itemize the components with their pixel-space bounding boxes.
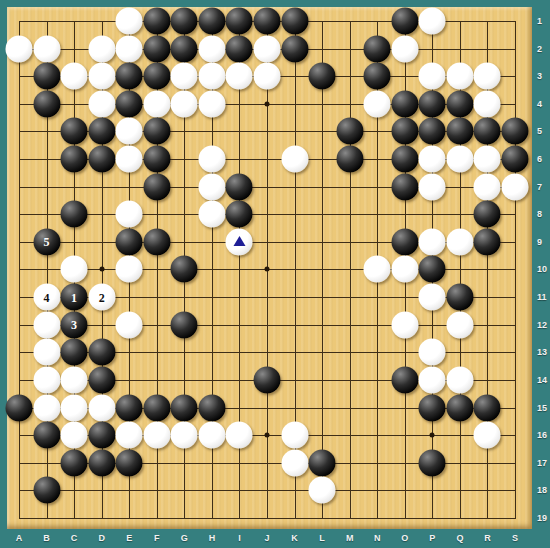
stone-black-E15[interactable] (116, 394, 143, 421)
stone-white-I3[interactable] (226, 63, 253, 90)
row-label: 8 (537, 209, 542, 219)
row-label: 13 (537, 347, 547, 357)
stone-white-J2[interactable] (254, 35, 281, 62)
stone-white-R16[interactable] (474, 422, 501, 449)
stone-black-Q15[interactable] (446, 394, 473, 421)
grid-vline (515, 21, 516, 519)
grid-hline (19, 325, 516, 326)
stone-white-J3[interactable] (254, 63, 281, 90)
stone-black-B18[interactable] (33, 477, 60, 504)
stone-black-N2[interactable] (364, 35, 391, 62)
stone-black-B16[interactable] (33, 422, 60, 449)
move-number-label: 1 (71, 291, 77, 303)
stone-white-B15[interactable] (33, 394, 60, 421)
move-number-label: 5 (44, 236, 50, 248)
stone-black-G1[interactable] (171, 8, 198, 35)
stone-white-H2[interactable] (198, 35, 225, 62)
stone-white-O12[interactable] (391, 311, 418, 338)
stone-white-E8[interactable] (116, 201, 143, 228)
stone-white-O2[interactable] (391, 35, 418, 62)
stone-white-C15[interactable] (61, 394, 88, 421)
stone-black-I7[interactable] (226, 173, 253, 200)
column-label: R (484, 533, 491, 543)
stone-white-P13[interactable] (419, 339, 446, 366)
triangle-marker-icon (233, 236, 245, 246)
stone-white-Q12[interactable] (446, 311, 473, 338)
stone-black-C6[interactable] (61, 146, 88, 173)
stone-white-B12[interactable] (33, 311, 60, 338)
stone-black-F15[interactable] (143, 394, 170, 421)
stone-white-C14[interactable] (61, 366, 88, 393)
stone-white-P1[interactable] (419, 8, 446, 35)
stone-black-B9[interactable]: 5 (33, 228, 60, 255)
stone-white-R7[interactable] (474, 173, 501, 200)
stone-white-R3[interactable] (474, 63, 501, 90)
stone-white-K6[interactable] (281, 146, 308, 173)
stone-black-D14[interactable] (88, 366, 115, 393)
stone-black-I8[interactable] (226, 201, 253, 228)
stone-white-H7[interactable] (198, 173, 225, 200)
stone-white-Q6[interactable] (446, 146, 473, 173)
stone-black-G2[interactable] (171, 35, 198, 62)
stone-white-R6[interactable] (474, 146, 501, 173)
stone-black-O1[interactable] (391, 8, 418, 35)
stone-black-H1[interactable] (198, 8, 225, 35)
column-label: B (43, 533, 50, 543)
stone-black-Q4[interactable] (446, 90, 473, 117)
stone-black-M6[interactable] (336, 146, 363, 173)
stone-black-O14[interactable] (391, 366, 418, 393)
stone-white-B11[interactable]: 4 (33, 284, 60, 311)
stone-black-D6[interactable] (88, 146, 115, 173)
stone-black-R15[interactable] (474, 394, 501, 421)
stone-black-D5[interactable] (88, 118, 115, 145)
stone-white-K17[interactable] (281, 449, 308, 476)
stone-white-B13[interactable] (33, 339, 60, 366)
stone-black-D16[interactable] (88, 422, 115, 449)
stone-black-L3[interactable] (309, 63, 336, 90)
stone-black-R5[interactable] (474, 118, 501, 145)
stone-white-G16[interactable] (171, 422, 198, 449)
row-label: 18 (537, 485, 547, 495)
stone-white-H6[interactable] (198, 146, 225, 173)
stone-white-P3[interactable] (419, 63, 446, 90)
stone-black-G10[interactable] (171, 256, 198, 283)
column-label: C (71, 533, 78, 543)
stone-white-R4[interactable] (474, 90, 501, 117)
row-label: 14 (537, 375, 547, 385)
star-point (265, 433, 270, 438)
stone-black-C17[interactable] (61, 449, 88, 476)
stone-white-O10[interactable] (391, 256, 418, 283)
row-label: 12 (537, 320, 547, 330)
stone-white-E2[interactable] (116, 35, 143, 62)
stone-white-F16[interactable] (143, 422, 170, 449)
stone-white-D11[interactable]: 2 (88, 284, 115, 311)
stone-black-R9[interactable] (474, 228, 501, 255)
stone-black-J14[interactable] (254, 366, 281, 393)
column-label: F (154, 533, 160, 543)
stone-black-F5[interactable] (143, 118, 170, 145)
stone-black-M5[interactable] (336, 118, 363, 145)
row-label: 11 (537, 292, 547, 302)
column-label: L (319, 533, 325, 543)
stone-black-C12[interactable]: 3 (61, 311, 88, 338)
stone-white-D15[interactable] (88, 394, 115, 421)
move-number-label: 4 (44, 291, 50, 303)
stone-white-K16[interactable] (281, 422, 308, 449)
stone-black-G15[interactable] (171, 394, 198, 421)
stone-black-C5[interactable] (61, 118, 88, 145)
stone-white-C16[interactable] (61, 422, 88, 449)
stone-black-P5[interactable] (419, 118, 446, 145)
stone-white-H3[interactable] (198, 63, 225, 90)
stone-black-Q5[interactable] (446, 118, 473, 145)
stone-white-E5[interactable] (116, 118, 143, 145)
grid-vline (322, 21, 323, 519)
row-label: 5 (537, 126, 542, 136)
column-label: D (98, 533, 105, 543)
stone-black-E9[interactable] (116, 228, 143, 255)
stone-black-F9[interactable] (143, 228, 170, 255)
go-board-overlay: ABCDEFGHIJKLMNOPQRS123456789101112131415… (0, 0, 550, 548)
stone-black-F2[interactable] (143, 35, 170, 62)
column-label: S (512, 533, 518, 543)
stone-black-O4[interactable] (391, 90, 418, 117)
stone-white-G3[interactable] (171, 63, 198, 90)
column-label: K (291, 533, 298, 543)
stone-white-N4[interactable] (364, 90, 391, 117)
star-point (99, 267, 104, 272)
stone-black-O6[interactable] (391, 146, 418, 173)
stone-black-F6[interactable] (143, 146, 170, 173)
stone-white-N10[interactable] (364, 256, 391, 283)
stone-white-H16[interactable] (198, 422, 225, 449)
stone-black-E17[interactable] (116, 449, 143, 476)
stone-white-Q14[interactable] (446, 366, 473, 393)
stone-black-O7[interactable] (391, 173, 418, 200)
stone-black-K2[interactable] (281, 35, 308, 62)
stone-white-G4[interactable] (171, 90, 198, 117)
stone-white-S7[interactable] (502, 173, 529, 200)
grid-hline (19, 490, 516, 491)
stone-white-E6[interactable] (116, 146, 143, 173)
stone-black-H15[interactable] (198, 394, 225, 421)
stone-black-B3[interactable] (33, 63, 60, 90)
grid-vline (350, 21, 351, 519)
stone-black-P4[interactable] (419, 90, 446, 117)
row-label: 1 (537, 16, 542, 26)
stone-black-P15[interactable] (419, 394, 446, 421)
column-label: H (209, 533, 216, 543)
stone-white-Q9[interactable] (446, 228, 473, 255)
stone-black-F1[interactable] (143, 8, 170, 35)
column-label: M (346, 533, 354, 543)
column-label: A (16, 533, 23, 543)
stone-black-O5[interactable] (391, 118, 418, 145)
stone-black-Q11[interactable] (446, 284, 473, 311)
column-label: J (264, 533, 269, 543)
stone-white-D2[interactable] (88, 35, 115, 62)
stone-white-L18[interactable] (309, 477, 336, 504)
stone-white-P6[interactable] (419, 146, 446, 173)
stone-white-C3[interactable] (61, 63, 88, 90)
column-label: E (126, 533, 132, 543)
row-label: 16 (537, 430, 547, 440)
stone-white-H4[interactable] (198, 90, 225, 117)
row-label: 10 (537, 264, 547, 274)
stone-black-C11[interactable]: 1 (61, 284, 88, 311)
column-label: O (401, 533, 408, 543)
row-label: 9 (537, 237, 542, 247)
column-label: P (429, 533, 435, 543)
stone-black-B4[interactable] (33, 90, 60, 117)
stone-black-J1[interactable] (254, 8, 281, 35)
star-point (430, 433, 435, 438)
stone-white-Q3[interactable] (446, 63, 473, 90)
stone-black-I1[interactable] (226, 8, 253, 35)
stone-white-D4[interactable] (88, 90, 115, 117)
star-point (265, 267, 270, 272)
stone-black-C8[interactable] (61, 201, 88, 228)
row-label: 6 (537, 154, 542, 164)
stone-white-D3[interactable] (88, 63, 115, 90)
row-label: 7 (537, 182, 542, 192)
stone-black-I2[interactable] (226, 35, 253, 62)
stone-white-B2[interactable] (33, 35, 60, 62)
stone-black-D13[interactable] (88, 339, 115, 366)
stone-white-P14[interactable] (419, 366, 446, 393)
column-label: G (181, 533, 188, 543)
stone-black-L17[interactable] (309, 449, 336, 476)
stone-black-S5[interactable] (502, 118, 529, 145)
stone-black-F3[interactable] (143, 63, 170, 90)
row-label: 3 (537, 71, 542, 81)
stone-white-P7[interactable] (419, 173, 446, 200)
stone-black-K1[interactable] (281, 8, 308, 35)
stone-white-P9[interactable] (419, 228, 446, 255)
stone-white-F4[interactable] (143, 90, 170, 117)
stone-white-I16[interactable] (226, 422, 253, 449)
stone-black-S6[interactable] (502, 146, 529, 173)
stone-white-E1[interactable] (116, 8, 143, 35)
stone-white-P11[interactable] (419, 284, 446, 311)
stone-black-E3[interactable] (116, 63, 143, 90)
move-number-label: 3 (71, 319, 77, 331)
row-label: 15 (537, 403, 547, 413)
stone-black-F7[interactable] (143, 173, 170, 200)
stone-black-D17[interactable] (88, 449, 115, 476)
stone-white-B14[interactable] (33, 366, 60, 393)
column-label: I (238, 533, 241, 543)
stone-white-E10[interactable] (116, 256, 143, 283)
stone-black-E4[interactable] (116, 90, 143, 117)
stone-white-I9[interactable] (226, 228, 253, 255)
row-label: 17 (537, 458, 547, 468)
stone-white-H8[interactable] (198, 201, 225, 228)
stone-black-N3[interactable] (364, 63, 391, 90)
row-label: 4 (537, 99, 542, 109)
stone-black-O9[interactable] (391, 228, 418, 255)
stone-black-A15[interactable] (6, 394, 33, 421)
go-board-window: ABCDEFGHIJKLMNOPQRS123456789101112131415… (0, 0, 550, 548)
column-label: Q (456, 533, 463, 543)
stone-white-C10[interactable] (61, 256, 88, 283)
grid-hline (19, 518, 516, 519)
stone-white-A2[interactable] (6, 35, 33, 62)
move-number-label: 2 (99, 291, 105, 303)
stone-black-C13[interactable] (61, 339, 88, 366)
stone-black-G12[interactable] (171, 311, 198, 338)
row-label: 2 (537, 44, 542, 54)
row-label: 19 (537, 513, 547, 523)
stone-black-P17[interactable] (419, 449, 446, 476)
stone-white-E16[interactable] (116, 422, 143, 449)
column-label: N (374, 533, 381, 543)
star-point (265, 101, 270, 106)
stone-black-R8[interactable] (474, 201, 501, 228)
stone-black-P10[interactable] (419, 256, 446, 283)
stone-white-E12[interactable] (116, 311, 143, 338)
